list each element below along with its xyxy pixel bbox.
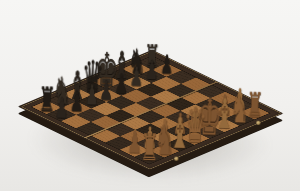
piece-black-pawn: ♟ bbox=[99, 76, 113, 104]
piece-white-rook: ♜ bbox=[140, 130, 159, 167]
piece-black-pawn: ♟ bbox=[160, 52, 174, 78]
piece-black-pawn: ♟ bbox=[84, 82, 99, 110]
scene: ♜♞♝♛♚♝♞♜♟♟♟♟♟♟♟♟♟♟♟♟♟♟♟♟♜♞♝♛♚♝♞♜ bbox=[0, 0, 300, 191]
piece-black-pawn: ♟ bbox=[145, 58, 159, 85]
piece-black-pawn: ♟ bbox=[69, 88, 84, 116]
piece-black-pawn: ♟ bbox=[130, 64, 144, 91]
piece-black-pawn: ♟ bbox=[54, 94, 69, 123]
piece-black-rook: ♜ bbox=[38, 82, 56, 116]
chess-set-photo: ♜♞♝♛♚♝♞♜♟♟♟♟♟♟♟♟♟♟♟♟♟♟♟♟♜♞♝♛♚♝♞♜ bbox=[0, 0, 300, 191]
pieces-layer: ♜♞♝♛♚♝♞♜♟♟♟♟♟♟♟♟♟♟♟♟♟♟♟♟♜♞♝♛♚♝♞♜ bbox=[0, 0, 300, 191]
piece-black-pawn: ♟ bbox=[114, 70, 128, 97]
